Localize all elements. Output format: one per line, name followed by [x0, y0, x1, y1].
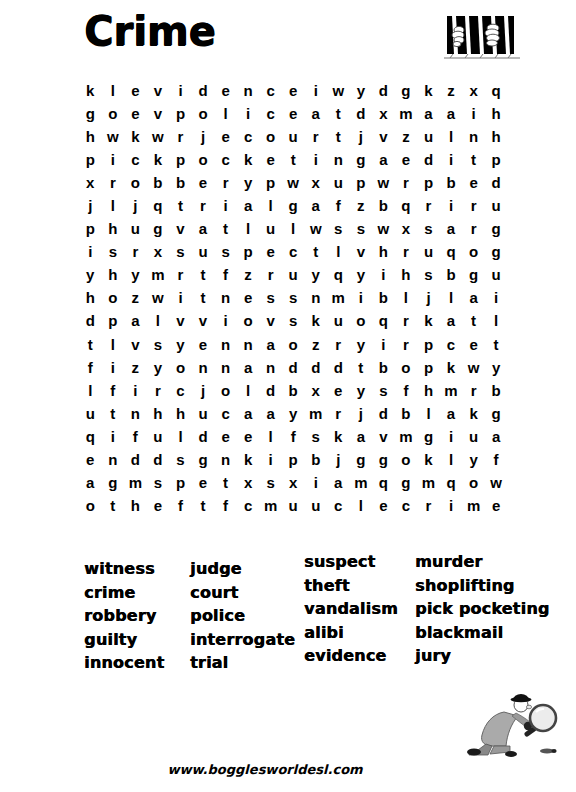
- grid-cell-r9c12[interactable]: q: [327, 263, 350, 286]
- grid-cell-r8c13[interactable]: v: [350, 240, 373, 263]
- grid-cell-r13c4[interactable]: y: [147, 356, 170, 379]
- grid-cell-r15c17[interactable]: a: [440, 402, 463, 425]
- grid-cell-r4c13[interactable]: g: [350, 148, 373, 171]
- grid-cell-r13c3[interactable]: z: [124, 356, 147, 379]
- grid-cell-r7c19[interactable]: g: [485, 217, 508, 240]
- grid-cell-r14c1[interactable]: l: [79, 379, 102, 402]
- grid-cell-r17c2[interactable]: n: [102, 448, 125, 471]
- grid-cell-r13c13[interactable]: t: [350, 356, 373, 379]
- grid-cell-r3c3[interactable]: k: [124, 125, 147, 148]
- grid-cell-r7c17[interactable]: a: [440, 217, 463, 240]
- grid-cell-r9c4[interactable]: m: [147, 263, 170, 286]
- grid-cell-r5c11[interactable]: x: [304, 171, 327, 194]
- grid-cell-r4c4[interactable]: k: [147, 148, 170, 171]
- grid-cell-r13c19[interactable]: y: [485, 356, 508, 379]
- grid-cell-r17c5[interactable]: s: [169, 448, 192, 471]
- grid-cell-r3c16[interactable]: u: [417, 125, 440, 148]
- grid-cell-r8c19[interactable]: g: [485, 240, 508, 263]
- grid-cell-r1c16[interactable]: k: [417, 79, 440, 102]
- grid-cell-r15c4[interactable]: h: [147, 402, 170, 425]
- grid-cell-r17c10[interactable]: p: [282, 448, 305, 471]
- grid-cell-r16c7[interactable]: e: [214, 425, 237, 448]
- grid-cell-r8c9[interactable]: e: [259, 240, 282, 263]
- grid-cell-r5c14[interactable]: w: [372, 171, 395, 194]
- grid-cell-r8c16[interactable]: u: [417, 240, 440, 263]
- grid-cell-r13c8[interactable]: a: [237, 356, 260, 379]
- grid-cell-r17c8[interactable]: k: [237, 448, 260, 471]
- grid-cell-r16c19[interactable]: a: [485, 425, 508, 448]
- grid-cell-r18c16[interactable]: m: [417, 471, 440, 494]
- grid-cell-r7c2[interactable]: h: [102, 217, 125, 240]
- grid-cell-r9c18[interactable]: g: [462, 263, 485, 286]
- grid-cell-r12c7[interactable]: n: [214, 333, 237, 356]
- grid-cell-r4c6[interactable]: o: [192, 148, 215, 171]
- grid-cell-r18c13[interactable]: m: [350, 471, 373, 494]
- grid-cell-r10c7[interactable]: n: [214, 286, 237, 309]
- grid-cell-r15c2[interactable]: t: [102, 402, 125, 425]
- grid-cell-r2c17[interactable]: a: [440, 102, 463, 125]
- grid-cell-r16c4[interactable]: u: [147, 425, 170, 448]
- grid-cell-r7c7[interactable]: t: [214, 217, 237, 240]
- grid-cell-r7c8[interactable]: l: [237, 217, 260, 240]
- grid-cell-r1c7[interactable]: e: [214, 79, 237, 102]
- grid-cell-r12c12[interactable]: r: [327, 333, 350, 356]
- grid-cell-r7c1[interactable]: p: [79, 217, 102, 240]
- grid-cell-r12c9[interactable]: a: [259, 333, 282, 356]
- grid-cell-r6c5[interactable]: t: [169, 194, 192, 217]
- grid-cell-r2c19[interactable]: h: [485, 102, 508, 125]
- grid-cell-r8c14[interactable]: h: [372, 240, 395, 263]
- grid-cell-r7c5[interactable]: v: [169, 217, 192, 240]
- grid-cell-r7c3[interactable]: u: [124, 217, 147, 240]
- grid-cell-r4c17[interactable]: i: [440, 148, 463, 171]
- grid-cell-r4c7[interactable]: c: [214, 148, 237, 171]
- grid-cell-r13c6[interactable]: n: [192, 356, 215, 379]
- grid-cell-r10c5[interactable]: i: [169, 286, 192, 309]
- grid-cell-r14c11[interactable]: x: [304, 379, 327, 402]
- grid-cell-r5c13[interactable]: p: [350, 171, 373, 194]
- grid-cell-r17c7[interactable]: n: [214, 448, 237, 471]
- grid-cell-r5c16[interactable]: p: [417, 171, 440, 194]
- grid-cell-r13c12[interactable]: d: [327, 356, 350, 379]
- grid-cell-r10c11[interactable]: n: [304, 286, 327, 309]
- grid-cell-r10c8[interactable]: e: [237, 286, 260, 309]
- grid-cell-r19c2[interactable]: t: [102, 494, 125, 517]
- grid-cell-r18c9[interactable]: s: [259, 471, 282, 494]
- grid-cell-r17c4[interactable]: d: [147, 448, 170, 471]
- grid-cell-r16c11[interactable]: s: [304, 425, 327, 448]
- grid-cell-r9c15[interactable]: h: [395, 263, 418, 286]
- grid-cell-r6c1[interactable]: j: [79, 194, 102, 217]
- grid-cell-r2c6[interactable]: o: [192, 102, 215, 125]
- grid-cell-r19c4[interactable]: e: [147, 494, 170, 517]
- grid-cell-r1c10[interactable]: e: [282, 79, 305, 102]
- grid-cell-r12c15[interactable]: r: [395, 333, 418, 356]
- grid-cell-r19c15[interactable]: c: [395, 494, 418, 517]
- grid-cell-r6c17[interactable]: i: [440, 194, 463, 217]
- grid-cell-r4c16[interactable]: d: [417, 148, 440, 171]
- grid-cell-r6c19[interactable]: u: [485, 194, 508, 217]
- grid-cell-r14c19[interactable]: b: [485, 379, 508, 402]
- grid-cell-r10c15[interactable]: l: [395, 286, 418, 309]
- grid-cell-r1c4[interactable]: v: [147, 79, 170, 102]
- grid-cell-r12c14[interactable]: i: [372, 333, 395, 356]
- grid-cell-r3c7[interactable]: e: [214, 125, 237, 148]
- grid-cell-r16c17[interactable]: i: [440, 425, 463, 448]
- grid-cell-r7c14[interactable]: w: [372, 217, 395, 240]
- grid-cell-r17c11[interactable]: b: [304, 448, 327, 471]
- grid-cell-r3c4[interactable]: w: [147, 125, 170, 148]
- grid-cell-r10c4[interactable]: w: [147, 286, 170, 309]
- grid-cell-r19c7[interactable]: f: [214, 494, 237, 517]
- grid-cell-r2c5[interactable]: p: [169, 102, 192, 125]
- grid-cell-r1c15[interactable]: g: [395, 79, 418, 102]
- grid-cell-r15c8[interactable]: a: [237, 402, 260, 425]
- grid-cell-r3c14[interactable]: v: [372, 125, 395, 148]
- grid-cell-r16c14[interactable]: v: [372, 425, 395, 448]
- grid-cell-r15c6[interactable]: u: [192, 402, 215, 425]
- grid-cell-r12c8[interactable]: n: [237, 333, 260, 356]
- grid-cell-r16c18[interactable]: u: [462, 425, 485, 448]
- grid-cell-r11c15[interactable]: r: [395, 309, 418, 332]
- grid-cell-r13c14[interactable]: b: [372, 356, 395, 379]
- grid-cell-r1c11[interactable]: i: [304, 79, 327, 102]
- grid-cell-r1c6[interactable]: d: [192, 79, 215, 102]
- grid-cell-r8c8[interactable]: p: [237, 240, 260, 263]
- grid-cell-r1c1[interactable]: k: [79, 79, 102, 102]
- grid-cell-r7c6[interactable]: a: [192, 217, 215, 240]
- grid-cell-r18c5[interactable]: p: [169, 471, 192, 494]
- grid-cell-r3c17[interactable]: l: [440, 125, 463, 148]
- grid-cell-r17c14[interactable]: g: [372, 448, 395, 471]
- grid-cell-r17c16[interactable]: k: [417, 448, 440, 471]
- grid-cell-r9c8[interactable]: z: [237, 263, 260, 286]
- grid-cell-r18c7[interactable]: t: [214, 471, 237, 494]
- grid-cell-r19c11[interactable]: u: [304, 494, 327, 517]
- grid-cell-r17c12[interactable]: j: [327, 448, 350, 471]
- grid-cell-r4c3[interactable]: c: [124, 148, 147, 171]
- grid-cell-r13c16[interactable]: p: [417, 356, 440, 379]
- grid-cell-r6c16[interactable]: r: [417, 194, 440, 217]
- grid-cell-r5c7[interactable]: r: [214, 171, 237, 194]
- grid-cell-r16c5[interactable]: l: [169, 425, 192, 448]
- grid-cell-r19c5[interactable]: f: [169, 494, 192, 517]
- grid-cell-r9c9[interactable]: r: [259, 263, 282, 286]
- grid-cell-r8c5[interactable]: s: [169, 240, 192, 263]
- grid-cell-r9c11[interactable]: y: [304, 263, 327, 286]
- grid-cell-r9c13[interactable]: y: [350, 263, 373, 286]
- grid-cell-r5c17[interactable]: b: [440, 171, 463, 194]
- grid-cell-r14c3[interactable]: i: [124, 379, 147, 402]
- grid-cell-r7c9[interactable]: u: [259, 217, 282, 240]
- grid-cell-r19c6[interactable]: t: [192, 494, 215, 517]
- grid-cell-r9c17[interactable]: b: [440, 263, 463, 286]
- grid-cell-r10c9[interactable]: s: [259, 286, 282, 309]
- grid-cell-r14c12[interactable]: e: [327, 379, 350, 402]
- grid-cell-r3c19[interactable]: h: [485, 125, 508, 148]
- grid-cell-r4c15[interactable]: e: [395, 148, 418, 171]
- grid-cell-r4c1[interactable]: p: [79, 148, 102, 171]
- grid-cell-r15c3[interactable]: n: [124, 402, 147, 425]
- grid-cell-r14c4[interactable]: r: [147, 379, 170, 402]
- grid-cell-r19c9[interactable]: m: [259, 494, 282, 517]
- grid-cell-r4c19[interactable]: p: [485, 148, 508, 171]
- grid-cell-r1c19[interactable]: q: [485, 79, 508, 102]
- grid-cell-r7c15[interactable]: x: [395, 217, 418, 240]
- grid-cell-r11c16[interactable]: k: [417, 309, 440, 332]
- grid-cell-r18c10[interactable]: x: [282, 471, 305, 494]
- grid-cell-r12c17[interactable]: c: [440, 333, 463, 356]
- grid-cell-r6c3[interactable]: j: [124, 194, 147, 217]
- grid-cell-r8c10[interactable]: c: [282, 240, 305, 263]
- grid-cell-r19c8[interactable]: c: [237, 494, 260, 517]
- grid-cell-r8c1[interactable]: i: [79, 240, 102, 263]
- grid-cell-r12c6[interactable]: e: [192, 333, 215, 356]
- grid-cell-r19c12[interactable]: c: [327, 494, 350, 517]
- grid-cell-r11c19[interactable]: l: [485, 309, 508, 332]
- grid-cell-r14c13[interactable]: y: [350, 379, 373, 402]
- grid-cell-r3c9[interactable]: o: [259, 125, 282, 148]
- grid-cell-r8c6[interactable]: u: [192, 240, 215, 263]
- grid-cell-r10c16[interactable]: j: [417, 286, 440, 309]
- grid-cell-r12c10[interactable]: o: [282, 333, 305, 356]
- grid-cell-r18c3[interactable]: m: [124, 471, 147, 494]
- grid-cell-r18c15[interactable]: g: [395, 471, 418, 494]
- grid-cell-r5c19[interactable]: d: [485, 171, 508, 194]
- grid-cell-r11c7[interactable]: i: [214, 309, 237, 332]
- grid-cell-r16c16[interactable]: g: [417, 425, 440, 448]
- grid-cell-r18c8[interactable]: x: [237, 471, 260, 494]
- grid-cell-r19c19[interactable]: e: [485, 494, 508, 517]
- grid-cell-r17c19[interactable]: f: [485, 448, 508, 471]
- grid-cell-r3c12[interactable]: t: [327, 125, 350, 148]
- grid-cell-r6c11[interactable]: a: [304, 194, 327, 217]
- grid-cell-r13c1[interactable]: f: [79, 356, 102, 379]
- grid-cell-r10c2[interactable]: o: [102, 286, 125, 309]
- grid-cell-r4c5[interactable]: p: [169, 148, 192, 171]
- grid-cell-r19c13[interactable]: l: [350, 494, 373, 517]
- grid-cell-r4c14[interactable]: a: [372, 148, 395, 171]
- grid-cell-r6c4[interactable]: q: [147, 194, 170, 217]
- grid-cell-r5c6[interactable]: e: [192, 171, 215, 194]
- grid-cell-r13c5[interactable]: o: [169, 356, 192, 379]
- grid-cell-r11c2[interactable]: p: [102, 309, 125, 332]
- grid-cell-r10c13[interactable]: i: [350, 286, 373, 309]
- grid-cell-r16c1[interactable]: q: [79, 425, 102, 448]
- grid-cell-r15c14[interactable]: d: [372, 402, 395, 425]
- grid-cell-r9c7[interactable]: f: [214, 263, 237, 286]
- grid-cell-r12c2[interactable]: l: [102, 333, 125, 356]
- grid-cell-r6c18[interactable]: r: [462, 194, 485, 217]
- grid-cell-r5c15[interactable]: r: [395, 171, 418, 194]
- grid-cell-r17c15[interactable]: o: [395, 448, 418, 471]
- grid-cell-r14c6[interactable]: j: [192, 379, 215, 402]
- grid-cell-r14c15[interactable]: f: [395, 379, 418, 402]
- grid-cell-r14c9[interactable]: d: [259, 379, 282, 402]
- grid-cell-r5c1[interactable]: x: [79, 171, 102, 194]
- grid-cell-r7c11[interactable]: w: [304, 217, 327, 240]
- grid-cell-r16c12[interactable]: k: [327, 425, 350, 448]
- grid-cell-r15c10[interactable]: y: [282, 402, 305, 425]
- grid-cell-r6c6[interactable]: r: [192, 194, 215, 217]
- grid-cell-r3c5[interactable]: r: [169, 125, 192, 148]
- grid-cell-r13c15[interactable]: o: [395, 356, 418, 379]
- grid-cell-r5c4[interactable]: b: [147, 171, 170, 194]
- grid-cell-r13c2[interactable]: i: [102, 356, 125, 379]
- grid-cell-r14c16[interactable]: h: [417, 379, 440, 402]
- grid-cell-r1c12[interactable]: w: [327, 79, 350, 102]
- grid-cell-r15c9[interactable]: a: [259, 402, 282, 425]
- grid-cell-r19c18[interactable]: m: [462, 494, 485, 517]
- grid-cell-r1c14[interactable]: d: [372, 79, 395, 102]
- grid-cell-r14c2[interactable]: f: [102, 379, 125, 402]
- grid-cell-r10c14[interactable]: b: [372, 286, 395, 309]
- grid-cell-r11c12[interactable]: u: [327, 309, 350, 332]
- grid-cell-r6c10[interactable]: g: [282, 194, 305, 217]
- grid-cell-r12c11[interactable]: z: [304, 333, 327, 356]
- grid-cell-r4c9[interactable]: e: [259, 148, 282, 171]
- grid-cell-r5c8[interactable]: y: [237, 171, 260, 194]
- grid-cell-r13c10[interactable]: d: [282, 356, 305, 379]
- grid-cell-r7c13[interactable]: s: [350, 217, 373, 240]
- grid-cell-r17c3[interactable]: d: [124, 448, 147, 471]
- grid-cell-r16c9[interactable]: l: [259, 425, 282, 448]
- grid-cell-r14c18[interactable]: r: [462, 379, 485, 402]
- grid-cell-r16c2[interactable]: i: [102, 425, 125, 448]
- grid-cell-r9c3[interactable]: y: [124, 263, 147, 286]
- grid-cell-r15c18[interactable]: k: [462, 402, 485, 425]
- grid-cell-r4c2[interactable]: i: [102, 148, 125, 171]
- grid-cell-r8c3[interactable]: r: [124, 240, 147, 263]
- grid-cell-r2c12[interactable]: t: [327, 102, 350, 125]
- grid-cell-r8c11[interactable]: t: [304, 240, 327, 263]
- grid-cell-r5c2[interactable]: r: [102, 171, 125, 194]
- grid-cell-r9c6[interactable]: t: [192, 263, 215, 286]
- grid-cell-r3c11[interactable]: r: [304, 125, 327, 148]
- grid-cell-r5c5[interactable]: b: [169, 171, 192, 194]
- grid-cell-r10c3[interactable]: z: [124, 286, 147, 309]
- grid-cell-r10c19[interactable]: i: [485, 286, 508, 309]
- grid-cell-r14c14[interactable]: s: [372, 379, 395, 402]
- grid-cell-r18c19[interactable]: w: [485, 471, 508, 494]
- grid-cell-r15c1[interactable]: u: [79, 402, 102, 425]
- grid-cell-r19c1[interactable]: o: [79, 494, 102, 517]
- grid-cell-r9c14[interactable]: i: [372, 263, 395, 286]
- grid-cell-r4c10[interactable]: t: [282, 148, 305, 171]
- grid-cell-r11c13[interactable]: o: [350, 309, 373, 332]
- grid-cell-r1c8[interactable]: n: [237, 79, 260, 102]
- grid-cell-r11c4[interactable]: l: [147, 309, 170, 332]
- grid-cell-r17c13[interactable]: g: [350, 448, 373, 471]
- grid-cell-r1c5[interactable]: i: [169, 79, 192, 102]
- grid-cell-r2c11[interactable]: a: [304, 102, 327, 125]
- grid-cell-r15c11[interactable]: m: [304, 402, 327, 425]
- grid-cell-r9c16[interactable]: s: [417, 263, 440, 286]
- grid-cell-r7c12[interactable]: s: [327, 217, 350, 240]
- grid-cell-r17c1[interactable]: e: [79, 448, 102, 471]
- grid-cell-r16c10[interactable]: f: [282, 425, 305, 448]
- grid-cell-r2c8[interactable]: i: [237, 102, 260, 125]
- grid-cell-r10c18[interactable]: a: [462, 286, 485, 309]
- grid-cell-r6c14[interactable]: b: [372, 194, 395, 217]
- grid-cell-r16c6[interactable]: d: [192, 425, 215, 448]
- grid-cell-r19c16[interactable]: r: [417, 494, 440, 517]
- grid-cell-r6c9[interactable]: l: [259, 194, 282, 217]
- grid-cell-r11c9[interactable]: v: [259, 309, 282, 332]
- grid-cell-r14c5[interactable]: c: [169, 379, 192, 402]
- grid-cell-r7c18[interactable]: r: [462, 217, 485, 240]
- grid-cell-r2c4[interactable]: v: [147, 102, 170, 125]
- grid-cell-r11c10[interactable]: s: [282, 309, 305, 332]
- grid-cell-r15c15[interactable]: b: [395, 402, 418, 425]
- grid-cell-r9c10[interactable]: u: [282, 263, 305, 286]
- grid-cell-r5c3[interactable]: o: [124, 171, 147, 194]
- grid-cell-r15c13[interactable]: j: [350, 402, 373, 425]
- grid-cell-r6c8[interactable]: a: [237, 194, 260, 217]
- grid-cell-r16c8[interactable]: e: [237, 425, 260, 448]
- grid-cell-r16c13[interactable]: a: [350, 425, 373, 448]
- grid-cell-r7c4[interactable]: g: [147, 217, 170, 240]
- grid-cell-r11c8[interactable]: o: [237, 309, 260, 332]
- grid-cell-r14c17[interactable]: m: [440, 379, 463, 402]
- grid-cell-r14c10[interactable]: b: [282, 379, 305, 402]
- grid-cell-r18c18[interactable]: o: [462, 471, 485, 494]
- grid-cell-r3c2[interactable]: w: [102, 125, 125, 148]
- grid-cell-r5c9[interactable]: p: [259, 171, 282, 194]
- grid-cell-r17c6[interactable]: g: [192, 448, 215, 471]
- grid-cell-r12c16[interactable]: p: [417, 333, 440, 356]
- grid-cell-r19c3[interactable]: h: [124, 494, 147, 517]
- grid-cell-r5c18[interactable]: e: [462, 171, 485, 194]
- grid-cell-r1c13[interactable]: y: [350, 79, 373, 102]
- grid-cell-r6c7[interactable]: i: [214, 194, 237, 217]
- grid-cell-r15c19[interactable]: g: [485, 402, 508, 425]
- grid-cell-r10c1[interactable]: h: [79, 286, 102, 309]
- grid-cell-r10c12[interactable]: m: [327, 286, 350, 309]
- grid-cell-r19c10[interactable]: u: [282, 494, 305, 517]
- grid-cell-r13c7[interactable]: n: [214, 356, 237, 379]
- grid-cell-r2c15[interactable]: m: [395, 102, 418, 125]
- grid-cell-r15c5[interactable]: h: [169, 402, 192, 425]
- grid-cell-r2c9[interactable]: c: [259, 102, 282, 125]
- grid-cell-r8c2[interactable]: s: [102, 240, 125, 263]
- grid-cell-r6c13[interactable]: z: [350, 194, 373, 217]
- grid-cell-r18c2[interactable]: g: [102, 471, 125, 494]
- grid-cell-r3c18[interactable]: n: [462, 125, 485, 148]
- grid-cell-r1c17[interactable]: z: [440, 79, 463, 102]
- grid-cell-r9c2[interactable]: h: [102, 263, 125, 286]
- grid-cell-r18c12[interactable]: a: [327, 471, 350, 494]
- grid-cell-r3c13[interactable]: j: [350, 125, 373, 148]
- grid-cell-r2c14[interactable]: x: [372, 102, 395, 125]
- grid-cell-r16c3[interactable]: f: [124, 425, 147, 448]
- grid-cell-r18c17[interactable]: q: [440, 471, 463, 494]
- grid-cell-r5c10[interactable]: w: [282, 171, 305, 194]
- grid-cell-r3c6[interactable]: j: [192, 125, 215, 148]
- grid-cell-r15c12[interactable]: r: [327, 402, 350, 425]
- grid-cell-r19c17[interactable]: i: [440, 494, 463, 517]
- grid-cell-r19c14[interactable]: e: [372, 494, 395, 517]
- grid-cell-r12c19[interactable]: t: [485, 333, 508, 356]
- grid-cell-r2c10[interactable]: e: [282, 102, 305, 125]
- grid-cell-r15c7[interactable]: c: [214, 402, 237, 425]
- grid-cell-r9c5[interactable]: r: [169, 263, 192, 286]
- grid-cell-r7c16[interactable]: s: [417, 217, 440, 240]
- grid-cell-r1c9[interactable]: c: [259, 79, 282, 102]
- grid-cell-r11c3[interactable]: a: [124, 309, 147, 332]
- grid-cell-r18c6[interactable]: e: [192, 471, 215, 494]
- grid-cell-r1c3[interactable]: e: [124, 79, 147, 102]
